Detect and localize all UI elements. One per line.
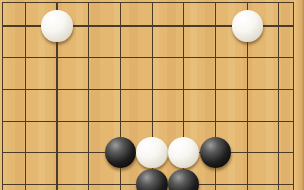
grid-line-vertical [25, 3, 26, 190]
grid-line-vertical [278, 3, 279, 190]
board-right-margin [294, 0, 304, 190]
white-stone [136, 137, 167, 168]
white-stone [41, 10, 72, 41]
grid-line-vertical [88, 3, 89, 190]
grid-line-horizontal [3, 121, 293, 122]
grid-line-horizontal [3, 89, 293, 90]
white-stone [232, 10, 263, 41]
go-board-screenshot [0, 0, 304, 190]
grid-line-horizontal [3, 57, 293, 58]
